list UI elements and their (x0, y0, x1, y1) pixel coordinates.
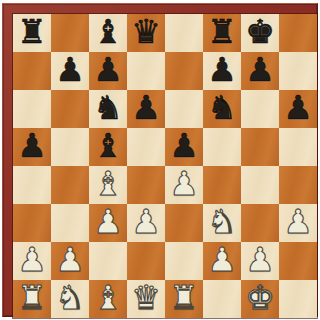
piece-black-pawn: ♟ (245, 51, 275, 89)
square-d1[interactable]: ♛ (127, 280, 165, 318)
square-c1[interactable]: ♝ (89, 280, 127, 318)
piece-black-pawn: ♟ (207, 51, 237, 89)
square-b6[interactable] (51, 90, 89, 128)
square-d7[interactable] (127, 52, 165, 90)
square-d5[interactable] (127, 128, 165, 166)
piece-white-pawn: ♟ (131, 203, 161, 241)
piece-white-king: ♚ (245, 279, 275, 317)
piece-white-pawn: ♟ (17, 241, 47, 279)
square-a8[interactable]: ♜ (13, 14, 51, 52)
square-e3[interactable] (165, 204, 203, 242)
piece-black-pawn: ♟ (93, 51, 123, 89)
square-e1[interactable]: ♜ (165, 280, 203, 318)
square-c7[interactable]: ♟ (89, 52, 127, 90)
square-b3[interactable] (51, 204, 89, 242)
piece-white-rook: ♜ (169, 279, 199, 317)
square-a1[interactable]: ♜ (13, 280, 51, 318)
piece-white-queen: ♛ (131, 279, 161, 317)
square-e7[interactable] (165, 52, 203, 90)
square-h6[interactable]: ♟ (279, 90, 317, 128)
square-e8[interactable] (165, 14, 203, 52)
square-a3[interactable] (13, 204, 51, 242)
square-c5[interactable]: ♝ (89, 128, 127, 166)
piece-black-knight: ♞ (207, 89, 237, 127)
square-b8[interactable] (51, 14, 89, 52)
square-h1[interactable] (279, 280, 317, 318)
piece-black-rook: ♜ (207, 13, 237, 51)
board-frame: ♜♝♛♜♚♟♟♟♟♞♟♞♟♟♝♟♝♟♟♟♞♟♟♟♟♟♜♞♝♛♜♚ (2, 3, 318, 317)
square-e6[interactable] (165, 90, 203, 128)
square-a5[interactable]: ♟ (13, 128, 51, 166)
square-f8[interactable]: ♜ (203, 14, 241, 52)
square-b1[interactable]: ♞ (51, 280, 89, 318)
square-g3[interactable] (241, 204, 279, 242)
piece-black-knight: ♞ (93, 89, 123, 127)
piece-black-pawn: ♟ (283, 89, 313, 127)
square-a7[interactable] (13, 52, 51, 90)
square-c8[interactable]: ♝ (89, 14, 127, 52)
square-e4[interactable]: ♟ (165, 166, 203, 204)
square-e5[interactable]: ♟ (165, 128, 203, 166)
square-h3[interactable]: ♟ (279, 204, 317, 242)
square-c6[interactable]: ♞ (89, 90, 127, 128)
chess-board: ♜♝♛♜♚♟♟♟♟♞♟♞♟♟♝♟♝♟♟♟♞♟♟♟♟♟♜♞♝♛♜♚ (13, 14, 317, 318)
square-a6[interactable] (13, 90, 51, 128)
piece-white-bishop: ♝ (93, 279, 123, 317)
square-b5[interactable] (51, 128, 89, 166)
piece-black-bishop: ♝ (93, 13, 123, 51)
piece-black-king: ♚ (245, 13, 275, 51)
piece-black-queen: ♛ (131, 13, 161, 51)
square-e2[interactable] (165, 242, 203, 280)
square-b7[interactable]: ♟ (51, 52, 89, 90)
square-g4[interactable] (241, 166, 279, 204)
square-a2[interactable]: ♟ (13, 242, 51, 280)
piece-white-pawn: ♟ (169, 165, 199, 203)
piece-white-knight: ♞ (55, 279, 85, 317)
square-g7[interactable]: ♟ (241, 52, 279, 90)
square-g2[interactable]: ♟ (241, 242, 279, 280)
square-g8[interactable]: ♚ (241, 14, 279, 52)
square-h2[interactable] (279, 242, 317, 280)
piece-white-rook: ♜ (17, 279, 47, 317)
square-d6[interactable]: ♟ (127, 90, 165, 128)
square-b4[interactable] (51, 166, 89, 204)
square-g1[interactable]: ♚ (241, 280, 279, 318)
piece-white-pawn: ♟ (55, 241, 85, 279)
piece-black-bishop: ♝ (93, 127, 123, 165)
square-h8[interactable] (279, 14, 317, 52)
piece-white-pawn: ♟ (283, 203, 313, 241)
square-f1[interactable] (203, 280, 241, 318)
square-f3[interactable]: ♞ (203, 204, 241, 242)
square-f2[interactable]: ♟ (203, 242, 241, 280)
square-h7[interactable] (279, 52, 317, 90)
piece-white-pawn: ♟ (245, 241, 275, 279)
square-b2[interactable]: ♟ (51, 242, 89, 280)
square-a4[interactable] (13, 166, 51, 204)
square-c4[interactable]: ♝ (89, 166, 127, 204)
square-f5[interactable] (203, 128, 241, 166)
square-f4[interactable] (203, 166, 241, 204)
piece-black-rook: ♜ (17, 13, 47, 51)
piece-white-bishop: ♝ (93, 165, 123, 203)
square-d3[interactable]: ♟ (127, 204, 165, 242)
piece-white-knight: ♞ (207, 203, 237, 241)
square-d8[interactable]: ♛ (127, 14, 165, 52)
square-f6[interactable]: ♞ (203, 90, 241, 128)
square-g5[interactable] (241, 128, 279, 166)
piece-black-pawn: ♟ (55, 51, 85, 89)
piece-black-pawn: ♟ (131, 89, 161, 127)
square-d2[interactable] (127, 242, 165, 280)
square-h4[interactable] (279, 166, 317, 204)
square-g6[interactable] (241, 90, 279, 128)
square-d4[interactable] (127, 166, 165, 204)
square-c3[interactable]: ♟ (89, 204, 127, 242)
piece-white-pawn: ♟ (207, 241, 237, 279)
piece-black-pawn: ♟ (17, 127, 47, 165)
square-f7[interactable]: ♟ (203, 52, 241, 90)
piece-black-pawn: ♟ (169, 127, 199, 165)
piece-white-pawn: ♟ (93, 203, 123, 241)
square-h5[interactable] (279, 128, 317, 166)
square-c2[interactable] (89, 242, 127, 280)
